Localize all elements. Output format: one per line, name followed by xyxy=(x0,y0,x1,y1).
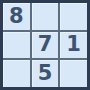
sudoku-cell-r2c0[interactable] xyxy=(3,60,30,87)
sudoku-board: 8 7 1 5 xyxy=(0,0,90,90)
sudoku-cell-r2c1[interactable]: 5 xyxy=(32,60,59,87)
sudoku-cell-r1c0[interactable] xyxy=(3,32,30,59)
sudoku-cell-r0c1[interactable] xyxy=(32,3,59,30)
sudoku-cell-r1c2[interactable]: 1 xyxy=(60,32,87,59)
sudoku-cell-r0c2[interactable] xyxy=(60,3,87,30)
sudoku-cell-r2c2[interactable] xyxy=(60,60,87,87)
sudoku-cell-r0c0[interactable]: 8 xyxy=(3,3,30,30)
sudoku-cell-r1c1[interactable]: 7 xyxy=(32,32,59,59)
